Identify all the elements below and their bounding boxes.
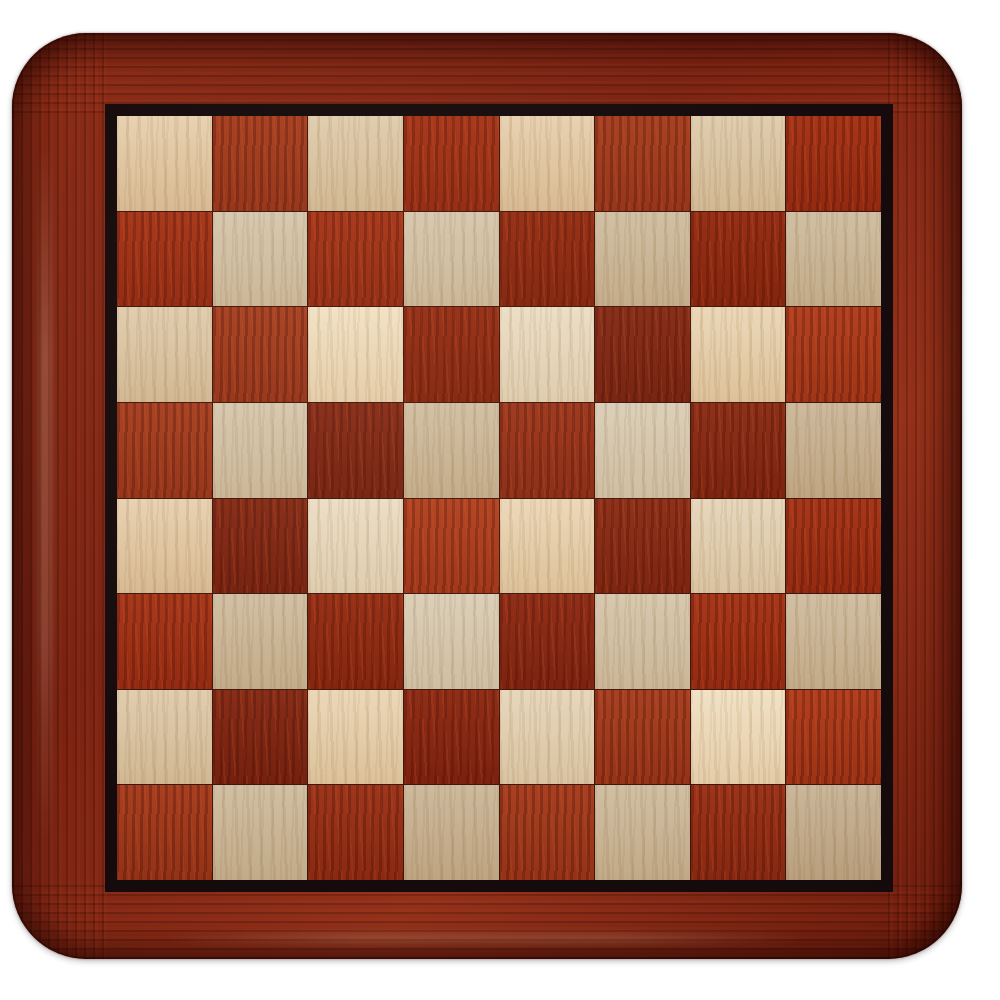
square-f2[interactable] <box>595 690 690 785</box>
square-h8[interactable] <box>786 116 881 211</box>
board-inlay-line <box>105 104 893 892</box>
square-f3[interactable] <box>595 594 690 689</box>
square-b4[interactable] <box>213 499 308 594</box>
square-c8[interactable] <box>308 116 403 211</box>
square-g2[interactable] <box>691 690 786 785</box>
square-c1[interactable] <box>308 785 403 880</box>
square-e3[interactable] <box>500 594 595 689</box>
square-g6[interactable] <box>691 307 786 402</box>
square-b6[interactable] <box>213 307 308 402</box>
square-f7[interactable] <box>595 212 690 307</box>
square-a5[interactable] <box>117 403 212 498</box>
square-f4[interactable] <box>595 499 690 594</box>
square-d8[interactable] <box>404 116 499 211</box>
frame-wood-grain-left <box>12 33 108 959</box>
square-g7[interactable] <box>691 212 786 307</box>
board-frame <box>12 33 962 959</box>
square-g4[interactable] <box>691 499 786 594</box>
square-e2[interactable] <box>500 690 595 785</box>
square-e1[interactable] <box>500 785 595 880</box>
square-b8[interactable] <box>213 116 308 211</box>
square-h5[interactable] <box>786 403 881 498</box>
square-f5[interactable] <box>595 403 690 498</box>
square-h4[interactable] <box>786 499 881 594</box>
square-c7[interactable] <box>308 212 403 307</box>
square-a4[interactable] <box>117 499 212 594</box>
board-photo <box>0 0 1000 1000</box>
square-b1[interactable] <box>213 785 308 880</box>
square-d3[interactable] <box>404 594 499 689</box>
square-e7[interactable] <box>500 212 595 307</box>
square-a2[interactable] <box>117 690 212 785</box>
square-d1[interactable] <box>404 785 499 880</box>
square-d2[interactable] <box>404 690 499 785</box>
frame-wood-grain-bottom <box>12 885 962 959</box>
square-d4[interactable] <box>404 499 499 594</box>
square-e4[interactable] <box>500 499 595 594</box>
square-b2[interactable] <box>213 690 308 785</box>
square-h1[interactable] <box>786 785 881 880</box>
square-d6[interactable] <box>404 307 499 402</box>
square-h2[interactable] <box>786 690 881 785</box>
square-e5[interactable] <box>500 403 595 498</box>
square-g5[interactable] <box>691 403 786 498</box>
square-f1[interactable] <box>595 785 690 880</box>
square-c6[interactable] <box>308 307 403 402</box>
square-a8[interactable] <box>117 116 212 211</box>
square-c5[interactable] <box>308 403 403 498</box>
square-g8[interactable] <box>691 116 786 211</box>
square-d7[interactable] <box>404 212 499 307</box>
square-b5[interactable] <box>213 403 308 498</box>
square-a1[interactable] <box>117 785 212 880</box>
square-a6[interactable] <box>117 307 212 402</box>
square-b7[interactable] <box>213 212 308 307</box>
square-g1[interactable] <box>691 785 786 880</box>
square-h6[interactable] <box>786 307 881 402</box>
chess-board <box>117 116 881 880</box>
square-f8[interactable] <box>595 116 690 211</box>
frame-wood-grain-right <box>888 33 962 959</box>
square-a3[interactable] <box>117 594 212 689</box>
square-h3[interactable] <box>786 594 881 689</box>
square-h7[interactable] <box>786 212 881 307</box>
square-d5[interactable] <box>404 403 499 498</box>
square-g3[interactable] <box>691 594 786 689</box>
square-c4[interactable] <box>308 499 403 594</box>
square-f6[interactable] <box>595 307 690 402</box>
frame-wood-grain-top <box>12 33 962 113</box>
square-c2[interactable] <box>308 690 403 785</box>
square-e8[interactable] <box>500 116 595 211</box>
square-e6[interactable] <box>500 307 595 402</box>
square-c3[interactable] <box>308 594 403 689</box>
square-b3[interactable] <box>213 594 308 689</box>
square-a7[interactable] <box>117 212 212 307</box>
